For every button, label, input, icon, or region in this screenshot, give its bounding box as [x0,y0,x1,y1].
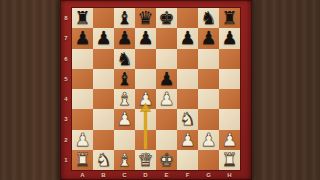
rank-label-1: 1 [60,150,72,170]
square-f8[interactable] [177,8,198,28]
chess-board: ♜♝♛♚♞♜♟♟♟♟♟♟♟♞♝♟♝♟♟♟♞♟♟♟♟♜♞♝♛♚♜ [72,8,240,170]
square-c6[interactable]: ♞ [114,49,135,69]
piece-white-rook: ♜ [221,149,237,169]
square-c2[interactable] [114,130,135,150]
rank-label-4: 4 [60,89,72,109]
rank-label-3: 3 [60,109,72,129]
piece-white-pawn: ♟ [116,109,132,129]
piece-black-bishop: ♝ [116,8,132,28]
square-a6[interactable] [72,49,93,69]
square-f6[interactable] [177,49,198,69]
square-d7[interactable]: ♟ [135,28,156,48]
square-a2[interactable]: ♟ [72,130,93,150]
rank-label-6: 6 [60,49,72,69]
piece-black-pawn: ♟ [137,28,153,48]
piece-black-pawn: ♟ [200,28,216,48]
piece-white-king: ♚ [158,149,174,169]
piece-white-pawn: ♟ [74,129,90,149]
square-g3[interactable] [198,109,219,129]
square-b4[interactable] [93,89,114,109]
rank-label-8: 8 [60,8,72,28]
square-c7[interactable]: ♟ [114,28,135,48]
square-d8[interactable]: ♛ [135,8,156,28]
file-label-e: E [156,170,177,180]
piece-black-pawn: ♟ [74,28,90,48]
square-g7[interactable]: ♟ [198,28,219,48]
piece-white-pawn: ♟ [221,129,237,149]
square-e5[interactable]: ♟ [156,69,177,89]
square-f7[interactable]: ♟ [177,28,198,48]
square-g6[interactable] [198,49,219,69]
square-e7[interactable] [156,28,177,48]
square-c3[interactable]: ♟ [114,109,135,129]
square-b3[interactable] [93,109,114,129]
piece-black-pawn: ♟ [158,68,174,88]
square-f2[interactable]: ♟ [177,130,198,150]
piece-black-knight: ♞ [116,48,132,68]
piece-white-bishop: ♝ [116,149,132,169]
file-label-a: A [72,170,93,180]
square-c5[interactable]: ♝ [114,69,135,89]
square-c1[interactable]: ♝ [114,150,135,170]
square-a8[interactable]: ♜ [72,8,93,28]
piece-white-pawn: ♟ [158,89,174,109]
square-b5[interactable] [93,69,114,89]
piece-black-king: ♚ [158,8,174,28]
square-h6[interactable] [219,49,240,69]
square-c4[interactable]: ♝ [114,89,135,109]
square-f5[interactable] [177,69,198,89]
piece-black-rook: ♜ [221,8,237,28]
square-d3[interactable] [135,109,156,129]
file-label-d: D [135,170,156,180]
square-h7[interactable]: ♟ [219,28,240,48]
square-d6[interactable] [135,49,156,69]
file-labels: ABCDEFGH [72,170,240,180]
piece-black-pawn: ♟ [116,28,132,48]
square-e3[interactable] [156,109,177,129]
piece-white-pawn: ♟ [200,129,216,149]
square-a3[interactable] [72,109,93,129]
square-b7[interactable]: ♟ [93,28,114,48]
file-label-g: G [198,170,219,180]
piece-white-knight: ♞ [179,109,195,129]
square-a5[interactable] [72,69,93,89]
chess-scene: 87654321 ABCDEFGH ♜♝♛♚♞♜♟♟♟♟♟♟♟♞♝♟♝♟♟♟♞♟… [0,0,320,180]
piece-white-knight: ♞ [95,149,111,169]
square-e8[interactable]: ♚ [156,8,177,28]
square-d5[interactable] [135,69,156,89]
square-e4[interactable]: ♟ [156,89,177,109]
piece-black-pawn: ♟ [179,28,195,48]
piece-black-pawn: ♟ [95,28,111,48]
square-d2[interactable] [135,130,156,150]
square-g2[interactable]: ♟ [198,130,219,150]
file-label-h: H [219,170,240,180]
piece-black-queen: ♛ [137,8,153,28]
square-a1[interactable]: ♜ [72,150,93,170]
rank-label-5: 5 [60,69,72,89]
piece-white-bishop: ♝ [116,89,132,109]
square-c8[interactable]: ♝ [114,8,135,28]
square-b1[interactable]: ♞ [93,150,114,170]
piece-black-bishop: ♝ [116,68,132,88]
square-g1[interactable] [198,150,219,170]
square-g8[interactable]: ♞ [198,8,219,28]
square-h4[interactable] [219,89,240,109]
square-b6[interactable] [93,49,114,69]
square-g4[interactable] [198,89,219,109]
rank-label-2: 2 [60,130,72,150]
piece-white-pawn: ♟ [137,89,153,109]
square-e1[interactable]: ♚ [156,150,177,170]
square-h5[interactable] [219,69,240,89]
piece-black-knight: ♞ [200,8,216,28]
square-d1[interactable]: ♛ [135,150,156,170]
file-label-b: B [93,170,114,180]
piece-black-pawn: ♟ [221,28,237,48]
square-h2[interactable]: ♟ [219,130,240,150]
square-a4[interactable] [72,89,93,109]
square-a7[interactable]: ♟ [72,28,93,48]
square-h3[interactable] [219,109,240,129]
square-b2[interactable] [93,130,114,150]
square-f3[interactable]: ♞ [177,109,198,129]
square-h1[interactable]: ♜ [219,150,240,170]
square-b8[interactable] [93,8,114,28]
square-f4[interactable] [177,89,198,109]
piece-white-rook: ♜ [74,149,90,169]
piece-white-pawn: ♟ [179,129,195,149]
square-h8[interactable]: ♜ [219,8,240,28]
square-f1[interactable] [177,150,198,170]
rank-labels: 87654321 [60,8,72,170]
square-e6[interactable] [156,49,177,69]
square-d4[interactable]: ♟ [135,89,156,109]
piece-white-queen: ♛ [137,149,153,169]
rank-label-7: 7 [60,28,72,48]
square-e2[interactable] [156,130,177,150]
file-label-f: F [177,170,198,180]
file-label-c: C [114,170,135,180]
square-g5[interactable] [198,69,219,89]
piece-black-rook: ♜ [74,8,90,28]
